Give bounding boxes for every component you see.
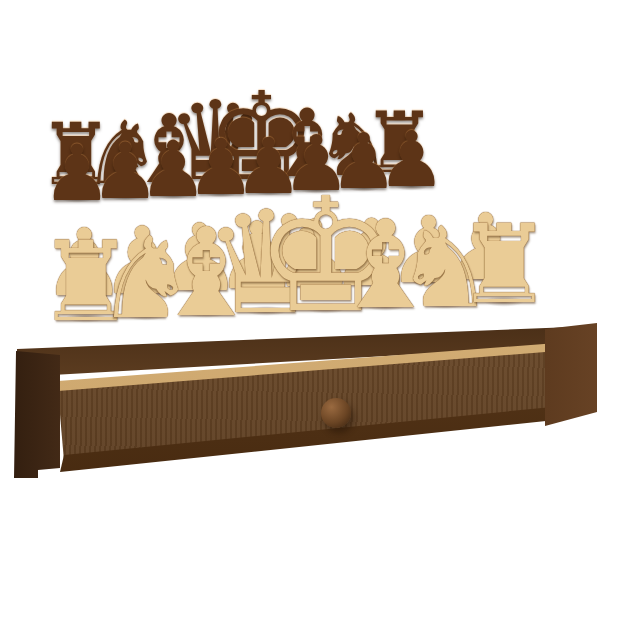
piece-white-rook-h1: ♜: [455, 211, 552, 320]
chess-set-product-photo: ♜♞♝♛♚♝♞♜♟♟♟♟♟♟♟♟♟♟♟♟♟♟♟♟♜♞♝♛♚♝♞♜: [0, 0, 620, 620]
pieces-layer: ♜♞♝♛♚♝♞♜♟♟♟♟♟♟♟♟♟♟♟♟♟♟♟♟♜♞♝♛♚♝♞♜: [0, 0, 620, 620]
